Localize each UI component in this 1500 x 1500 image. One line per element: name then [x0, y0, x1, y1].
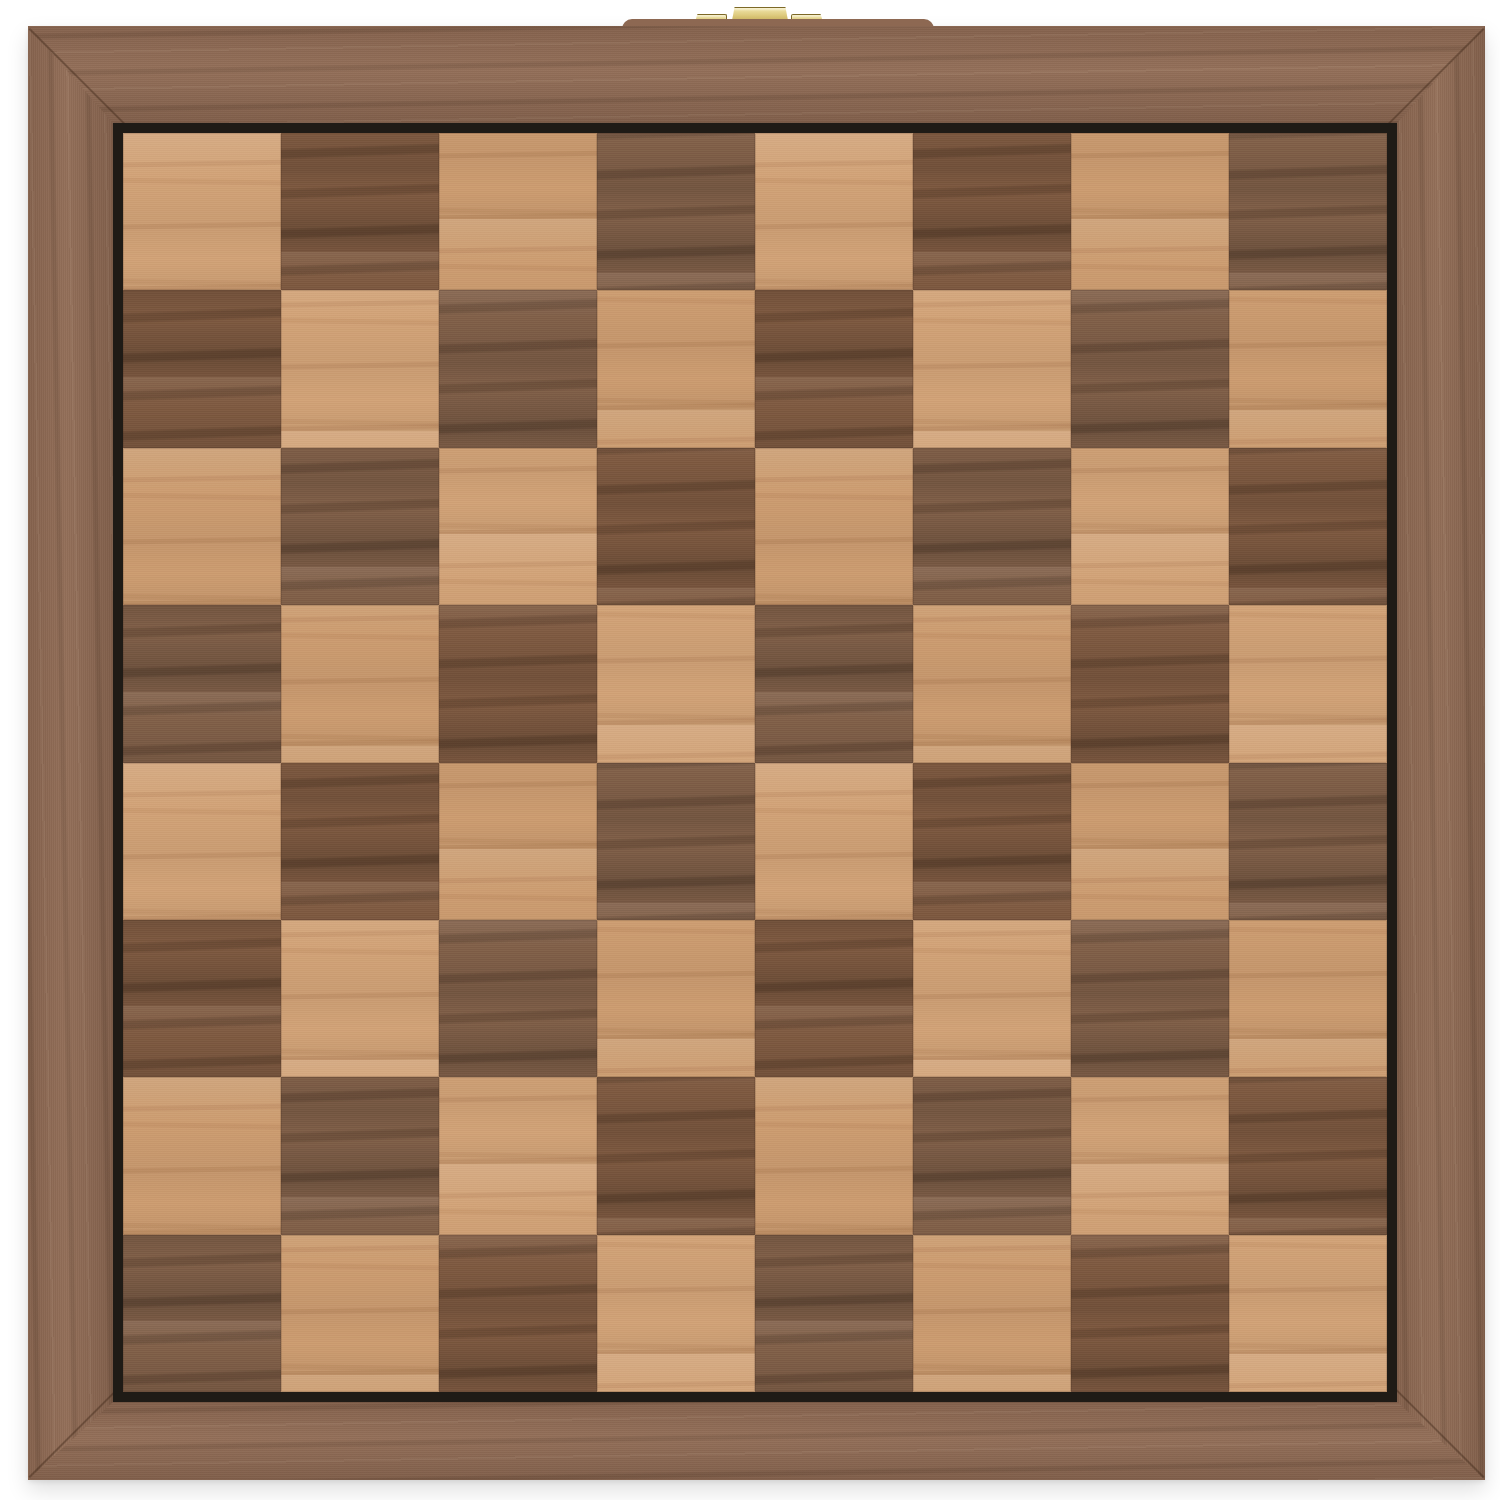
frame-bottom — [28, 1402, 1485, 1480]
square-b2 — [281, 1077, 439, 1234]
square-h8 — [1229, 133, 1387, 290]
square-d5 — [597, 605, 755, 762]
wooden-chess-box — [28, 26, 1485, 1480]
square-e5 — [755, 605, 913, 762]
square-h6 — [1229, 448, 1387, 605]
square-a8 — [123, 133, 281, 290]
square-e4 — [755, 763, 913, 920]
square-c5 — [439, 605, 597, 762]
square-b3 — [281, 920, 439, 1077]
square-h2 — [1229, 1077, 1387, 1234]
square-a6 — [123, 448, 281, 605]
square-a1 — [123, 1235, 281, 1392]
square-f1 — [913, 1235, 1071, 1392]
square-e7 — [755, 290, 913, 447]
square-c6 — [439, 448, 597, 605]
square-c3 — [439, 920, 597, 1077]
chess-board — [123, 133, 1387, 1392]
square-g2 — [1071, 1077, 1229, 1234]
frame-left — [28, 26, 113, 1480]
square-e8 — [755, 133, 913, 290]
square-h3 — [1229, 920, 1387, 1077]
square-g8 — [1071, 133, 1229, 290]
square-g6 — [1071, 448, 1229, 605]
square-e6 — [755, 448, 913, 605]
square-b5 — [281, 605, 439, 762]
square-a2 — [123, 1077, 281, 1234]
square-b8 — [281, 133, 439, 290]
frame-top — [28, 26, 1485, 123]
square-d6 — [597, 448, 755, 605]
square-g7 — [1071, 290, 1229, 447]
square-f7 — [913, 290, 1071, 447]
square-f6 — [913, 448, 1071, 605]
square-f4 — [913, 763, 1071, 920]
square-a7 — [123, 290, 281, 447]
frame-right — [1397, 26, 1485, 1480]
board-border-line — [113, 123, 1397, 1402]
square-f5 — [913, 605, 1071, 762]
square-a4 — [123, 763, 281, 920]
square-a3 — [123, 920, 281, 1077]
square-a5 — [123, 605, 281, 762]
square-d8 — [597, 133, 755, 290]
square-e1 — [755, 1235, 913, 1392]
square-d1 — [597, 1235, 755, 1392]
square-b1 — [281, 1235, 439, 1392]
square-f2 — [913, 1077, 1071, 1234]
square-d2 — [597, 1077, 755, 1234]
square-g1 — [1071, 1235, 1229, 1392]
square-c8 — [439, 133, 597, 290]
square-g4 — [1071, 763, 1229, 920]
square-g5 — [1071, 605, 1229, 762]
square-g3 — [1071, 920, 1229, 1077]
square-b4 — [281, 763, 439, 920]
square-d7 — [597, 290, 755, 447]
square-b6 — [281, 448, 439, 605]
square-d4 — [597, 763, 755, 920]
square-c1 — [439, 1235, 597, 1392]
square-b7 — [281, 290, 439, 447]
square-f8 — [913, 133, 1071, 290]
square-e3 — [755, 920, 913, 1077]
square-c2 — [439, 1077, 597, 1234]
square-e2 — [755, 1077, 913, 1234]
square-h7 — [1229, 290, 1387, 447]
chess-box-photo — [0, 0, 1500, 1500]
square-h4 — [1229, 763, 1387, 920]
square-c4 — [439, 763, 597, 920]
square-h1 — [1229, 1235, 1387, 1392]
square-c7 — [439, 290, 597, 447]
square-h5 — [1229, 605, 1387, 762]
square-f3 — [913, 920, 1071, 1077]
square-d3 — [597, 920, 755, 1077]
